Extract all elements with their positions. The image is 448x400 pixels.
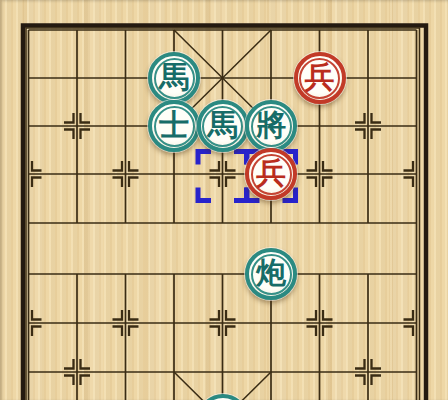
piece-black-advisor[interactable]: 士 [148,100,200,152]
xiangqi-board[interactable]: 馬兵士馬將兵炮 [0,0,448,400]
piece-black-cannon[interactable]: 炮 [245,248,297,300]
piece-character: 炮 [256,258,286,288]
piece-black-horse[interactable]: 馬 [197,100,249,152]
piece-character: 兵 [256,158,286,188]
piece-red-soldier[interactable]: 兵 [294,52,346,104]
piece-red-soldier[interactable]: 兵 [245,148,297,200]
piece-character: 士 [159,110,189,140]
piece-black-horse[interactable]: 馬 [148,52,200,104]
piece-character: 兵 [305,62,335,92]
board-grid [0,0,448,400]
piece-character: 將 [256,110,286,140]
piece-character: 馬 [208,110,238,140]
piece-character: 馬 [159,62,189,92]
piece-black-general[interactable]: 將 [245,100,297,152]
